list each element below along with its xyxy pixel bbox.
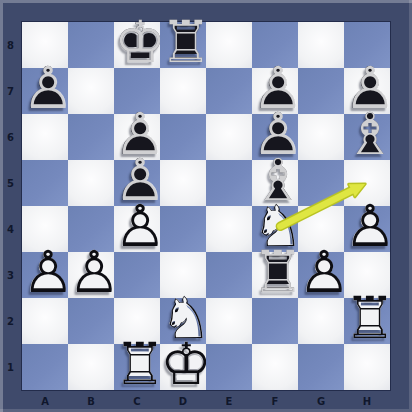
piece-glyph-outline: ♔ — [114, 20, 160, 68]
square-g2[interactable] — [298, 298, 344, 344]
square-b5[interactable] — [68, 160, 114, 206]
square-c4[interactable]: ♟♙ — [114, 206, 160, 252]
square-g1[interactable] — [298, 344, 344, 390]
square-c5[interactable]: ♟♙ — [114, 160, 160, 206]
square-f1[interactable] — [252, 344, 298, 390]
square-e6[interactable] — [206, 114, 252, 160]
piece-glyph-fill: ♟ — [252, 66, 298, 114]
square-g7[interactable] — [298, 68, 344, 114]
piece-glyph-outline: ♔ — [160, 342, 206, 390]
square-a3[interactable]: ♟♙ — [22, 252, 68, 298]
piece-glyph-fill: ♜ — [114, 342, 160, 390]
file-label: G — [298, 391, 344, 412]
square-g4[interactable] — [298, 206, 344, 252]
square-g8[interactable] — [298, 22, 344, 68]
piece-white-pawn[interactable]: ♟♙ — [68, 252, 114, 298]
file-labels: ABCDEFGH — [22, 391, 390, 412]
piece-glyph-outline: ♙ — [22, 250, 68, 298]
square-h1[interactable] — [344, 344, 390, 390]
square-d7[interactable] — [160, 68, 206, 114]
rank-label: 5 — [0, 160, 21, 206]
piece-glyph-outline: ♙ — [252, 112, 298, 160]
square-d6[interactable] — [160, 114, 206, 160]
piece-glyph-fill: ♞ — [252, 204, 298, 252]
square-d8[interactable]: ♜♖ — [160, 22, 206, 68]
rank-label: 4 — [0, 206, 21, 252]
piece-glyph-outline: ♗ — [252, 158, 298, 206]
piece-glyph-outline: ♖ — [252, 250, 298, 298]
square-f2[interactable] — [252, 298, 298, 344]
square-b8[interactable] — [68, 22, 114, 68]
square-g6[interactable] — [298, 114, 344, 160]
square-c2[interactable] — [114, 298, 160, 344]
piece-white-rook[interactable]: ♜♖ — [114, 344, 160, 390]
square-f8[interactable] — [252, 22, 298, 68]
rank-label: 8 — [0, 22, 21, 68]
piece-white-pawn[interactable]: ♟♙ — [344, 206, 390, 252]
piece-black-pawn[interactable]: ♟♙ — [22, 68, 68, 114]
piece-white-knight[interactable]: ♞♘ — [160, 298, 206, 344]
square-e2[interactable] — [206, 298, 252, 344]
file-label: F — [252, 391, 298, 412]
piece-glyph-outline: ♖ — [160, 20, 206, 68]
piece-black-pawn[interactable]: ♟♙ — [344, 68, 390, 114]
piece-black-pawn[interactable]: ♟♙ — [114, 160, 160, 206]
square-d3[interactable] — [160, 252, 206, 298]
square-b4[interactable] — [68, 206, 114, 252]
file-label: D — [160, 391, 206, 412]
piece-glyph-fill: ♜ — [160, 20, 206, 68]
square-e7[interactable] — [206, 68, 252, 114]
piece-glyph-fill: ♝ — [344, 112, 390, 160]
piece-glyph-fill: ♟ — [344, 66, 390, 114]
square-b6[interactable] — [68, 114, 114, 160]
square-e5[interactable] — [206, 160, 252, 206]
piece-black-king[interactable]: ♚♔ — [114, 22, 160, 68]
square-b7[interactable] — [68, 68, 114, 114]
piece-black-pawn[interactable]: ♟♙ — [252, 68, 298, 114]
square-d4[interactable] — [160, 206, 206, 252]
square-c6[interactable]: ♟♙ — [114, 114, 160, 160]
piece-glyph-outline: ♙ — [252, 66, 298, 114]
file-label: A — [22, 391, 68, 412]
square-h6[interactable]: ♝♗ — [344, 114, 390, 160]
rank-label: 3 — [0, 252, 21, 298]
piece-glyph-outline: ♘ — [160, 296, 206, 344]
piece-glyph-fill: ♟ — [68, 250, 114, 298]
piece-white-knight[interactable]: ♞♘ — [252, 206, 298, 252]
chess-board: ♚♔♜♖♟♙♟♙♟♙♟♙♟♙♝♗♟♙♝♗♟♙♞♘♟♙♟♙♟♙♜♖♟♙♞♘♜♖♜♖… — [21, 21, 391, 391]
square-f3[interactable]: ♜♖ — [252, 252, 298, 298]
piece-glyph-fill: ♟ — [22, 66, 68, 114]
piece-glyph-outline: ♖ — [114, 342, 160, 390]
piece-white-rook[interactable]: ♜♖ — [344, 298, 390, 344]
square-e4[interactable] — [206, 206, 252, 252]
square-f7[interactable]: ♟♙ — [252, 68, 298, 114]
square-h4[interactable]: ♟♙ — [344, 206, 390, 252]
piece-glyph-fill: ♚ — [160, 342, 206, 390]
piece-glyph-fill: ♟ — [252, 112, 298, 160]
piece-glyph-outline: ♗ — [344, 112, 390, 160]
square-d1[interactable]: ♚♔ — [160, 344, 206, 390]
rank-label: 1 — [0, 344, 21, 390]
square-f6[interactable]: ♟♙ — [252, 114, 298, 160]
piece-glyph-fill: ♟ — [114, 158, 160, 206]
piece-glyph-fill: ♚ — [114, 20, 160, 68]
piece-black-bishop[interactable]: ♝♗ — [344, 114, 390, 160]
piece-glyph-fill: ♞ — [160, 296, 206, 344]
piece-glyph-outline: ♖ — [344, 296, 390, 344]
file-label: B — [68, 391, 114, 412]
square-g3[interactable]: ♟♙ — [298, 252, 344, 298]
piece-black-rook[interactable]: ♜♖ — [252, 252, 298, 298]
piece-glyph-outline: ♙ — [114, 158, 160, 206]
rank-label: 7 — [0, 68, 21, 114]
piece-glyph-outline: ♘ — [252, 204, 298, 252]
piece-glyph-fill: ♜ — [252, 250, 298, 298]
file-label: H — [344, 391, 390, 412]
piece-glyph-outline: ♙ — [344, 204, 390, 252]
square-d5[interactable] — [160, 160, 206, 206]
piece-glyph-fill: ♟ — [22, 250, 68, 298]
square-d2[interactable]: ♞♘ — [160, 298, 206, 344]
piece-glyph-fill: ♟ — [114, 204, 160, 252]
square-f5[interactable]: ♝♗ — [252, 160, 298, 206]
square-f4[interactable]: ♞♘ — [252, 206, 298, 252]
square-h2[interactable]: ♜♖ — [344, 298, 390, 344]
piece-glyph-outline: ♙ — [114, 112, 160, 160]
square-h7[interactable]: ♟♙ — [344, 68, 390, 114]
square-e8[interactable] — [206, 22, 252, 68]
square-c8[interactable]: ♚♔ — [114, 22, 160, 68]
square-e3[interactable] — [206, 252, 252, 298]
square-c7[interactable] — [114, 68, 160, 114]
square-b1[interactable] — [68, 344, 114, 390]
rank-label: 6 — [0, 114, 21, 160]
piece-glyph-fill: ♟ — [344, 204, 390, 252]
piece-black-pawn[interactable]: ♟♙ — [114, 114, 160, 160]
square-a6[interactable] — [22, 114, 68, 160]
file-label: C — [114, 391, 160, 412]
piece-black-rook[interactable]: ♜♖ — [160, 22, 206, 68]
piece-black-bishop[interactable]: ♝♗ — [252, 160, 298, 206]
piece-glyph-fill: ♟ — [298, 250, 344, 298]
piece-glyph-outline: ♙ — [344, 66, 390, 114]
square-a7[interactable]: ♟♙ — [22, 68, 68, 114]
square-a5[interactable] — [22, 160, 68, 206]
piece-white-king[interactable]: ♚♔ — [160, 344, 206, 390]
file-label: E — [206, 391, 252, 412]
piece-glyph-fill: ♝ — [252, 158, 298, 206]
square-h3[interactable] — [344, 252, 390, 298]
piece-black-pawn[interactable]: ♟♙ — [252, 114, 298, 160]
piece-white-pawn[interactable]: ♟♙ — [298, 252, 344, 298]
square-g5[interactable] — [298, 160, 344, 206]
square-c3[interactable] — [114, 252, 160, 298]
square-h5[interactable] — [344, 160, 390, 206]
piece-glyph-outline: ♙ — [68, 250, 114, 298]
square-e1[interactable] — [206, 344, 252, 390]
piece-glyph-outline: ♙ — [22, 66, 68, 114]
piece-white-pawn[interactable]: ♟♙ — [114, 206, 160, 252]
rank-labels: 87654321 — [0, 22, 21, 390]
square-a2[interactable] — [22, 298, 68, 344]
chess-board-frame: 87654321 ABCDEFGH ♚♔♜♖♟♙♟♙♟♙♟♙♟♙♝♗♟♙♝♗♟♙… — [0, 0, 412, 412]
piece-glyph-outline: ♙ — [298, 250, 344, 298]
square-a1[interactable] — [22, 344, 68, 390]
piece-glyph-outline: ♙ — [114, 204, 160, 252]
piece-glyph-fill: ♜ — [344, 296, 390, 344]
square-c1[interactable]: ♜♖ — [114, 344, 160, 390]
piece-white-pawn[interactable]: ♟♙ — [22, 252, 68, 298]
square-b3[interactable]: ♟♙ — [68, 252, 114, 298]
piece-glyph-fill: ♟ — [114, 112, 160, 160]
rank-label: 2 — [0, 298, 21, 344]
square-b2[interactable] — [68, 298, 114, 344]
square-a8[interactable] — [22, 22, 68, 68]
square-a4[interactable] — [22, 206, 68, 252]
square-h8[interactable] — [344, 22, 390, 68]
